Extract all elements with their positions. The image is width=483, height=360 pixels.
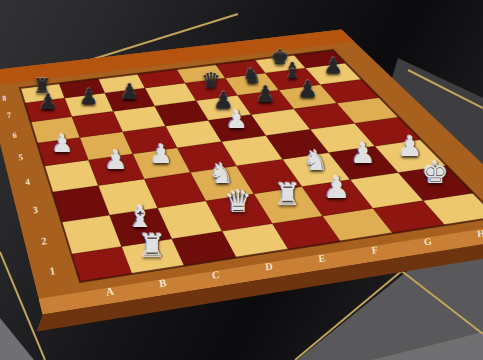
piece-white-pawn-g3[interactable]: ♟ (350, 140, 375, 168)
piece-white-knight-d3[interactable]: ♞ (209, 160, 234, 188)
piece-white-pawn-b4[interactable]: ♟ (104, 148, 127, 174)
file-label-g: G (423, 235, 433, 247)
piece-white-king-h2[interactable]: ♚ (422, 158, 449, 188)
file-label-h: H (476, 227, 483, 239)
piece-white-pawn-c4[interactable]: ♟ (149, 142, 172, 168)
file-label-d: D (264, 260, 274, 272)
piece-white-queen-d2[interactable]: ♛ (225, 188, 252, 218)
piece-white-pawn-e5[interactable]: ♟ (226, 108, 248, 133)
piece-white-rook-e2[interactable]: ♜ (274, 180, 301, 210)
file-label-c: C (211, 269, 221, 281)
piece-white-rook-b1[interactable]: ♜ (138, 230, 167, 262)
piece-black-pawn-h7[interactable]: ♟ (324, 56, 343, 78)
chess-3d-scene: ABCDEFGH12345678 ♚♟♝♞♛♜♟♟♟♟♟♟♟♟♟♟♟♟♞♚♞♟♜… (0, 0, 483, 360)
piece-white-pawn-a5[interactable]: ♟ (51, 131, 73, 156)
piece-black-pawn-c7[interactable]: ♟ (120, 82, 139, 104)
piece-white-pawn-h3[interactable]: ♟ (398, 133, 423, 161)
piece-white-pawn-f2[interactable]: ♟ (323, 173, 350, 203)
piece-black-pawn-a7[interactable]: ♟ (38, 92, 57, 114)
piece-black-pawn-f6[interactable]: ♟ (255, 83, 276, 106)
piece-black-pawn-b7[interactable]: ♟ (79, 87, 98, 109)
chess-board: ABCDEFGH12345678 (0, 0, 483, 360)
piece-black-pawn-g6[interactable]: ♟ (297, 78, 318, 101)
